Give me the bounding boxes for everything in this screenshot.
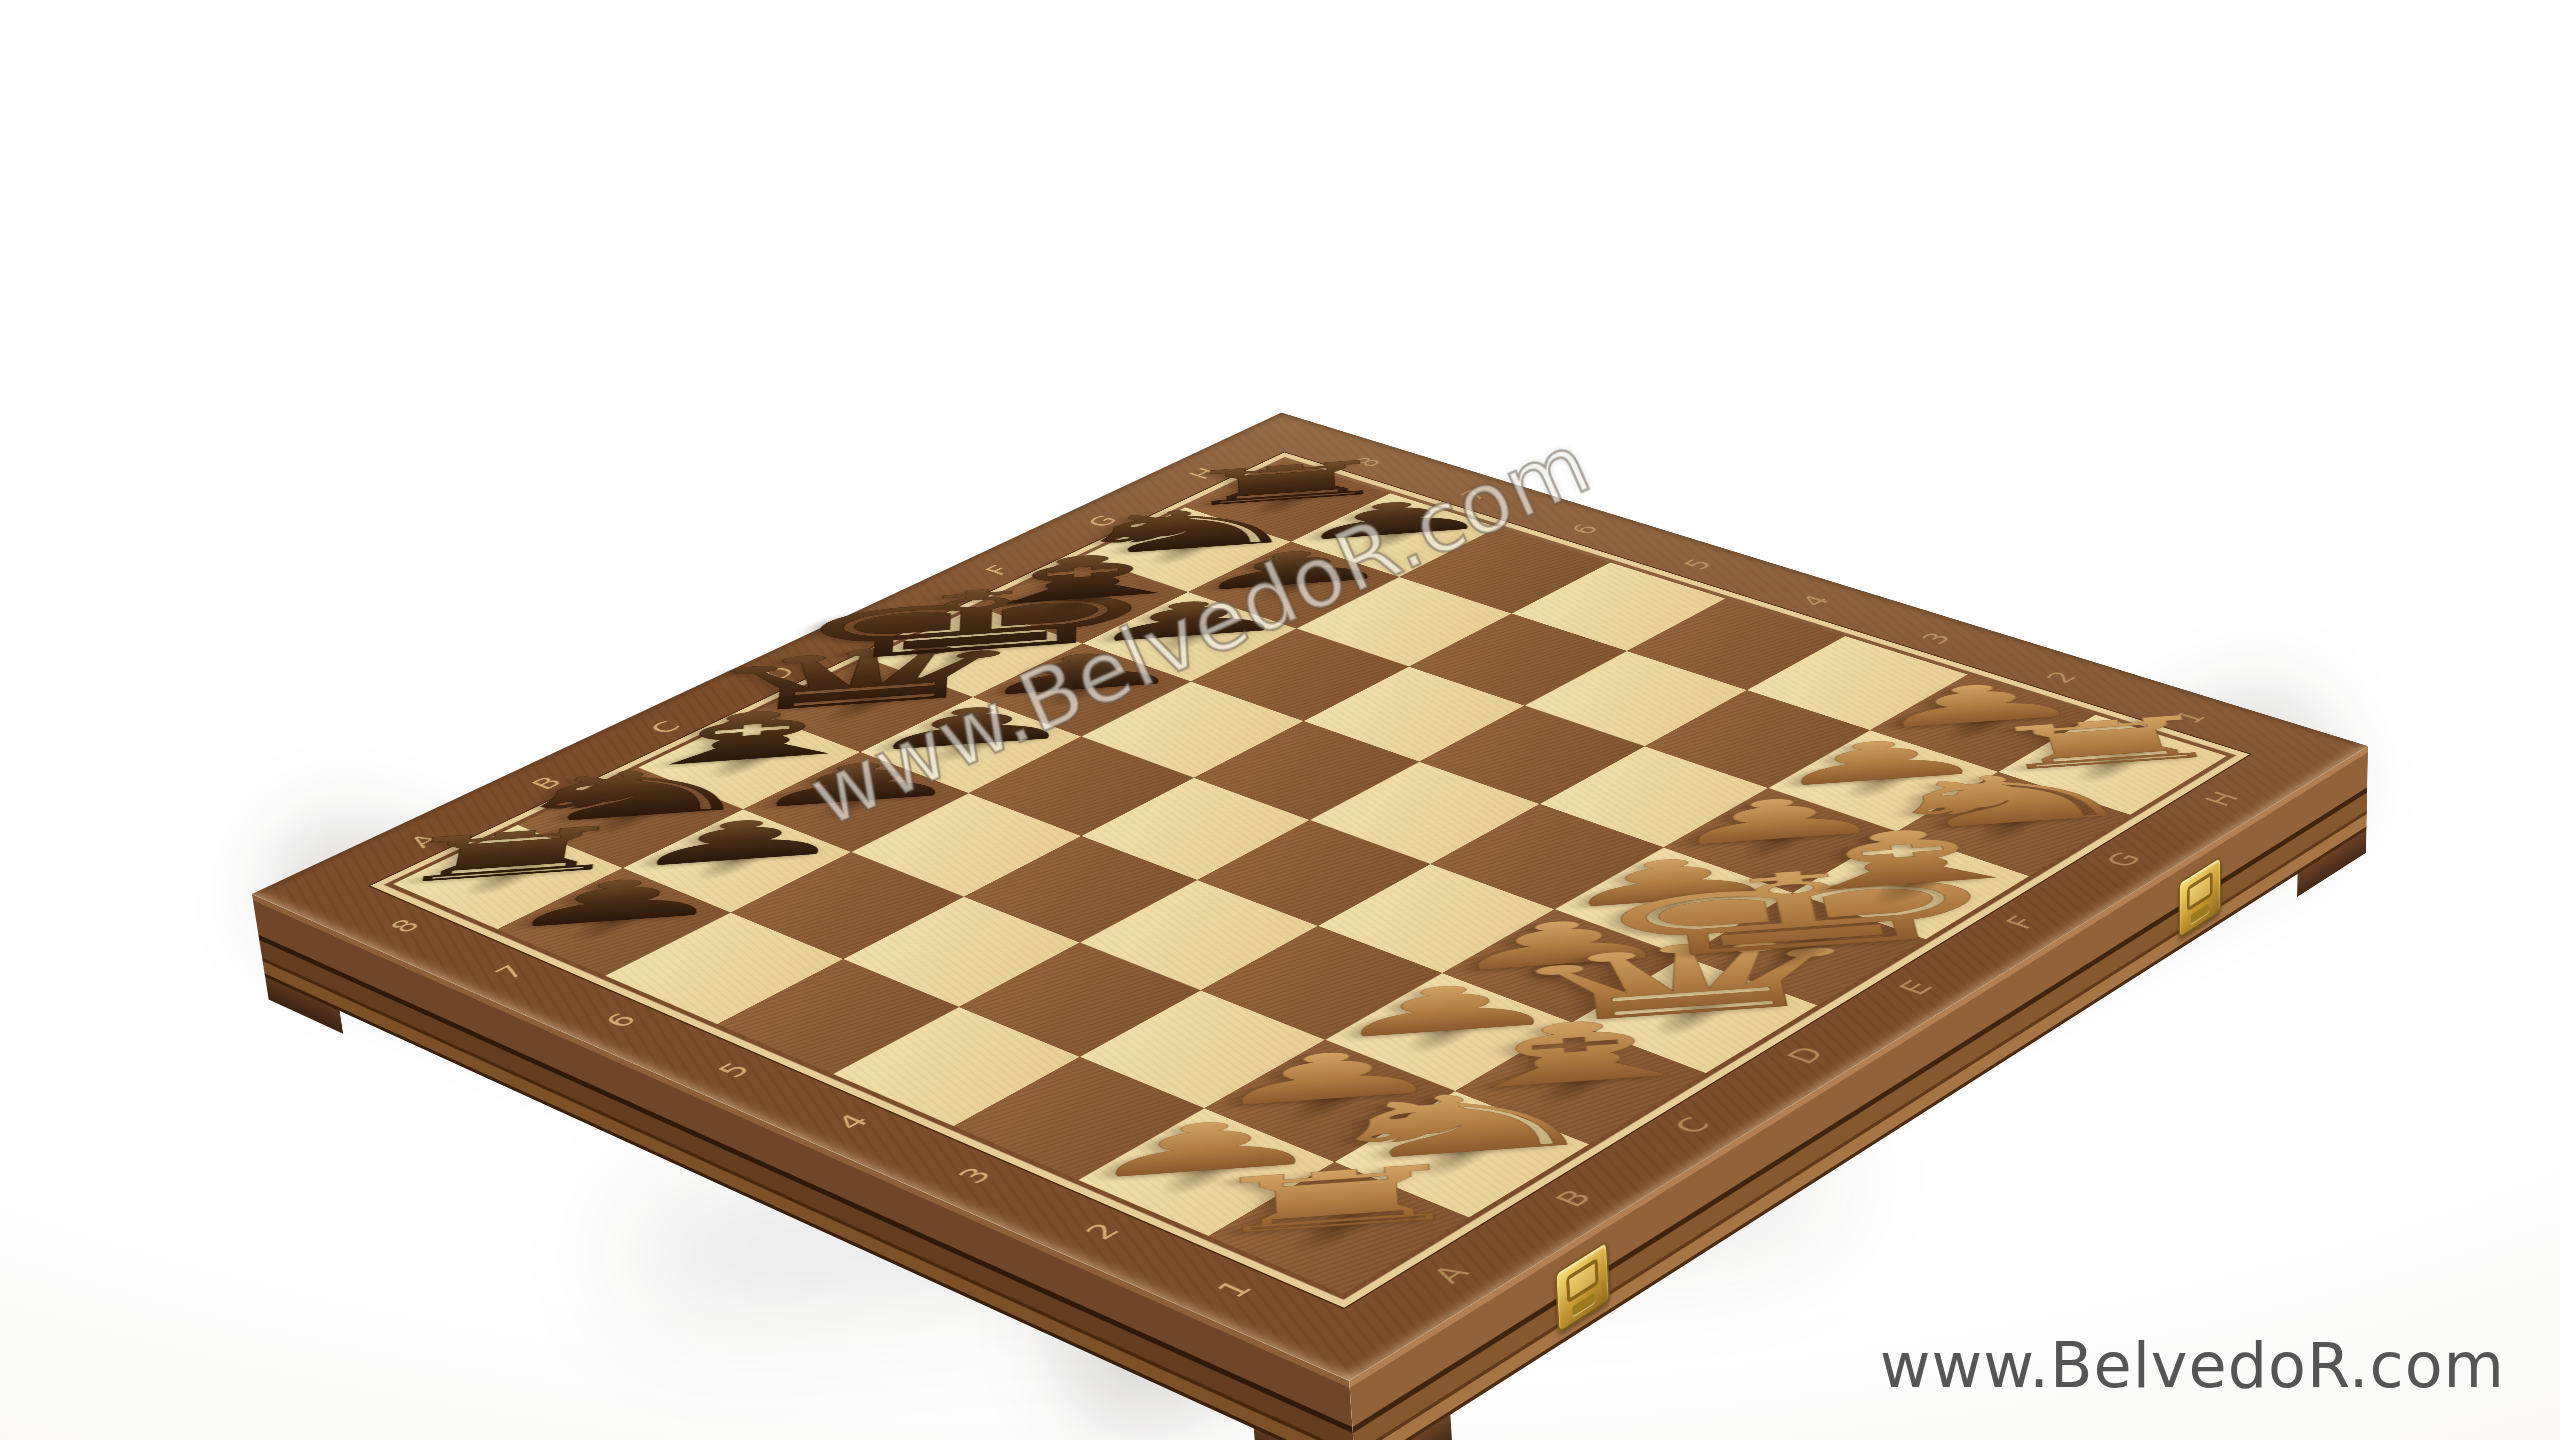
chess-box: AABBCCDDEEFFGGHH8877665544332211 ♜♞♝♛♚♝♞… — [0, 0, 2560, 1440]
brass-latch — [1555, 1240, 1610, 1334]
product-photo: AABBCCDDEEFFGGHH8877665544332211 ♜♞♝♛♚♝♞… — [0, 0, 2560, 1440]
watermark-corner: www.BelvedoR.com — [1880, 1329, 2505, 1402]
board-3d-stage: AABBCCDDEEFFGGHH8877665544332211 ♜♞♝♛♚♝♞… — [0, 0, 2560, 1440]
box-foot — [265, 977, 343, 1034]
box-foot — [1254, 1428, 1358, 1440]
brass-latch — [2179, 856, 2222, 939]
box-foot — [1356, 1415, 1452, 1440]
box-foot — [2297, 830, 2366, 897]
